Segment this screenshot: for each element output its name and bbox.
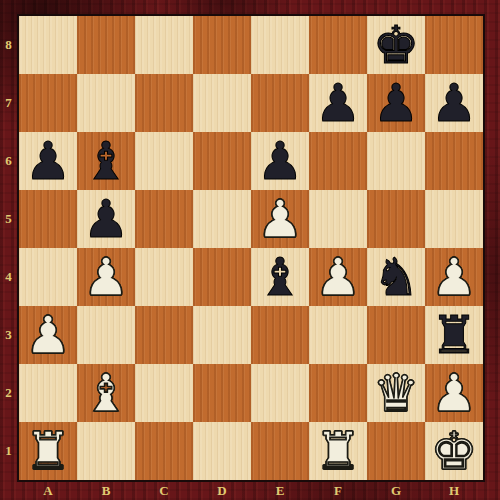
piece-black-bishop[interactable]: ♝ (257, 248, 304, 306)
square-h3[interactable]: ♜ (425, 306, 483, 364)
square-e2[interactable] (251, 364, 309, 422)
square-f6[interactable] (309, 132, 367, 190)
rank-label-1: 1 (0, 422, 17, 480)
square-g2[interactable]: ♛ (367, 364, 425, 422)
rank-label-2: 2 (0, 364, 17, 422)
square-g1[interactable] (367, 422, 425, 480)
square-c1[interactable] (135, 422, 193, 480)
square-c6[interactable] (135, 132, 193, 190)
piece-white-pawn[interactable]: ♟ (83, 248, 130, 306)
square-b4[interactable]: ♟ (77, 248, 135, 306)
square-g6[interactable] (367, 132, 425, 190)
piece-white-bishop[interactable]: ♝ (83, 364, 130, 422)
square-c3[interactable] (135, 306, 193, 364)
square-g4[interactable]: ♞ (367, 248, 425, 306)
square-e5[interactable]: ♟ (251, 190, 309, 248)
file-label-f: F (309, 483, 367, 500)
piece-black-king[interactable]: ♚ (373, 16, 420, 74)
square-c7[interactable] (135, 74, 193, 132)
piece-white-queen[interactable]: ♛ (373, 364, 420, 422)
square-d8[interactable] (193, 16, 251, 74)
square-a2[interactable] (19, 364, 77, 422)
rank-label-3: 3 (0, 306, 17, 364)
square-g3[interactable] (367, 306, 425, 364)
square-c5[interactable] (135, 190, 193, 248)
square-f3[interactable] (309, 306, 367, 364)
square-c8[interactable] (135, 16, 193, 74)
square-a3[interactable]: ♟ (19, 306, 77, 364)
square-d2[interactable] (193, 364, 251, 422)
file-label-g: G (367, 483, 425, 500)
square-h7[interactable]: ♟ (425, 74, 483, 132)
square-e6[interactable]: ♟ (251, 132, 309, 190)
square-b7[interactable] (77, 74, 135, 132)
square-h8[interactable] (425, 16, 483, 74)
square-h5[interactable] (425, 190, 483, 248)
piece-white-pawn[interactable]: ♟ (431, 364, 478, 422)
square-f8[interactable] (309, 16, 367, 74)
square-f5[interactable] (309, 190, 367, 248)
square-b6[interactable]: ♝ (77, 132, 135, 190)
square-b8[interactable] (77, 16, 135, 74)
square-d1[interactable] (193, 422, 251, 480)
piece-black-pawn[interactable]: ♟ (431, 74, 478, 132)
square-e3[interactable] (251, 306, 309, 364)
file-label-h: H (425, 483, 483, 500)
square-e7[interactable] (251, 74, 309, 132)
square-b3[interactable] (77, 306, 135, 364)
square-e1[interactable] (251, 422, 309, 480)
square-d6[interactable] (193, 132, 251, 190)
square-d5[interactable] (193, 190, 251, 248)
piece-white-pawn[interactable]: ♟ (315, 248, 362, 306)
piece-black-pawn[interactable]: ♟ (25, 132, 72, 190)
piece-white-rook[interactable]: ♜ (315, 422, 362, 480)
square-e4[interactable]: ♝ (251, 248, 309, 306)
square-a8[interactable] (19, 16, 77, 74)
file-label-d: D (193, 483, 251, 500)
square-h1[interactable]: ♚ (425, 422, 483, 480)
square-h4[interactable]: ♟ (425, 248, 483, 306)
square-a7[interactable] (19, 74, 77, 132)
file-label-c: C (135, 483, 193, 500)
file-label-a: A (19, 483, 77, 500)
rank-label-8: 8 (0, 16, 17, 74)
square-d3[interactable] (193, 306, 251, 364)
piece-white-rook[interactable]: ♜ (25, 422, 72, 480)
piece-white-pawn[interactable]: ♟ (257, 190, 304, 248)
square-a1[interactable]: ♜ (19, 422, 77, 480)
square-f1[interactable]: ♜ (309, 422, 367, 480)
square-g7[interactable]: ♟ (367, 74, 425, 132)
piece-white-pawn[interactable]: ♟ (431, 248, 478, 306)
board-frame: ♚♟♟♟♟♝♟♟♟♟♝♟♞♟♟♜♝♛♟♜♜♚ 87654321 ABCDEFGH (0, 0, 500, 500)
square-a5[interactable] (19, 190, 77, 248)
piece-black-knight[interactable]: ♞ (373, 248, 420, 306)
square-c4[interactable] (135, 248, 193, 306)
rank-label-4: 4 (0, 248, 17, 306)
square-g8[interactable]: ♚ (367, 16, 425, 74)
square-b5[interactable]: ♟ (77, 190, 135, 248)
square-a6[interactable]: ♟ (19, 132, 77, 190)
piece-black-bishop[interactable]: ♝ (83, 132, 130, 190)
rank-label-7: 7 (0, 74, 17, 132)
rank-label-6: 6 (0, 132, 17, 190)
square-f4[interactable]: ♟ (309, 248, 367, 306)
square-e8[interactable] (251, 16, 309, 74)
file-label-b: B (77, 483, 135, 500)
chess-board: ♚♟♟♟♟♝♟♟♟♟♝♟♞♟♟♜♝♛♟♜♜♚ (17, 14, 485, 482)
square-f2[interactable] (309, 364, 367, 422)
square-b1[interactable] (77, 422, 135, 480)
piece-black-rook[interactable]: ♜ (431, 306, 478, 364)
square-f7[interactable]: ♟ (309, 74, 367, 132)
piece-black-pawn[interactable]: ♟ (83, 190, 130, 248)
piece-white-pawn[interactable]: ♟ (25, 306, 72, 364)
piece-black-pawn[interactable]: ♟ (315, 74, 362, 132)
square-c2[interactable] (135, 364, 193, 422)
piece-black-pawn[interactable]: ♟ (257, 132, 304, 190)
square-a4[interactable] (19, 248, 77, 306)
square-b2[interactable]: ♝ (77, 364, 135, 422)
square-h2[interactable]: ♟ (425, 364, 483, 422)
square-d7[interactable] (193, 74, 251, 132)
piece-black-pawn[interactable]: ♟ (373, 74, 420, 132)
rank-label-5: 5 (0, 190, 17, 248)
square-h6[interactable] (425, 132, 483, 190)
square-g5[interactable] (367, 190, 425, 248)
file-label-e: E (251, 483, 309, 500)
square-d4[interactable] (193, 248, 251, 306)
piece-white-king[interactable]: ♚ (431, 422, 478, 480)
